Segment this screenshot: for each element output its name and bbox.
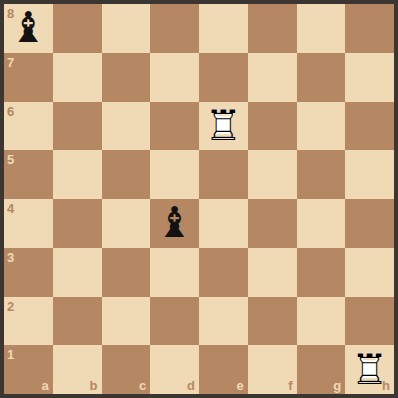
square-d5[interactable] <box>150 150 199 199</box>
square-d8[interactable] <box>150 4 199 53</box>
rank-label-3: 3 <box>7 251 14 264</box>
square-f1[interactable]: f <box>248 345 297 394</box>
square-c3[interactable] <box>102 248 151 297</box>
square-d2[interactable] <box>150 297 199 346</box>
rank-label-6: 6 <box>7 105 14 118</box>
file-label-a: a <box>42 379 49 392</box>
file-label-c: c <box>139 379 146 392</box>
square-a1[interactable]: 1a <box>4 345 53 394</box>
square-b1[interactable]: b <box>53 345 102 394</box>
square-h5[interactable] <box>345 150 394 199</box>
square-b7[interactable] <box>53 53 102 102</box>
square-g4[interactable] <box>297 199 346 248</box>
square-a7[interactable]: 7 <box>4 53 53 102</box>
square-a6[interactable]: 6 <box>4 102 53 151</box>
chess-board-frame: 8♝76♜♖54♝321abcdefgh♜♖ <box>0 0 398 398</box>
rank-label-2: 2 <box>7 300 14 313</box>
square-d7[interactable] <box>150 53 199 102</box>
square-g6[interactable] <box>297 102 346 151</box>
square-d6[interactable] <box>150 102 199 151</box>
square-h8[interactable] <box>345 4 394 53</box>
square-e2[interactable] <box>199 297 248 346</box>
black-bishop-icon[interactable]: ♝ <box>4 4 53 53</box>
square-e8[interactable] <box>199 4 248 53</box>
square-a8[interactable]: 8♝ <box>4 4 53 53</box>
chess-board: 8♝76♜♖54♝321abcdefgh♜♖ <box>4 4 394 394</box>
square-c7[interactable] <box>102 53 151 102</box>
rank-label-1: 1 <box>7 348 14 361</box>
file-label-f: f <box>288 379 292 392</box>
square-c5[interactable] <box>102 150 151 199</box>
square-g1[interactable]: g <box>297 345 346 394</box>
square-e5[interactable] <box>199 150 248 199</box>
square-c6[interactable] <box>102 102 151 151</box>
square-d4[interactable]: ♝ <box>150 199 199 248</box>
square-f4[interactable] <box>248 199 297 248</box>
square-a5[interactable]: 5 <box>4 150 53 199</box>
square-h2[interactable] <box>345 297 394 346</box>
white-rook-outline: ♖ <box>199 102 248 151</box>
rank-label-7: 7 <box>7 56 14 69</box>
square-e7[interactable] <box>199 53 248 102</box>
file-label-d: d <box>187 379 195 392</box>
file-label-b: b <box>90 379 98 392</box>
square-f3[interactable] <box>248 248 297 297</box>
file-label-g: g <box>333 379 341 392</box>
square-g2[interactable] <box>297 297 346 346</box>
square-e1[interactable]: e <box>199 345 248 394</box>
black-bishop-icon[interactable]: ♝ <box>150 199 199 248</box>
square-g3[interactable] <box>297 248 346 297</box>
square-e4[interactable] <box>199 199 248 248</box>
square-b5[interactable] <box>53 150 102 199</box>
square-b2[interactable] <box>53 297 102 346</box>
square-b3[interactable] <box>53 248 102 297</box>
white-rook-icon[interactable]: ♜♖ <box>199 102 248 151</box>
square-f5[interactable] <box>248 150 297 199</box>
square-e6[interactable]: ♜♖ <box>199 102 248 151</box>
square-h4[interactable] <box>345 199 394 248</box>
square-b4[interactable] <box>53 199 102 248</box>
square-a4[interactable]: 4 <box>4 199 53 248</box>
square-h7[interactable] <box>345 53 394 102</box>
square-h6[interactable] <box>345 102 394 151</box>
square-h3[interactable] <box>345 248 394 297</box>
square-f6[interactable] <box>248 102 297 151</box>
square-c2[interactable] <box>102 297 151 346</box>
square-f8[interactable] <box>248 4 297 53</box>
square-a3[interactable]: 3 <box>4 248 53 297</box>
square-a2[interactable]: 2 <box>4 297 53 346</box>
square-c1[interactable]: c <box>102 345 151 394</box>
square-g5[interactable] <box>297 150 346 199</box>
square-h1[interactable]: h♜♖ <box>345 345 394 394</box>
square-c8[interactable] <box>102 4 151 53</box>
square-e3[interactable] <box>199 248 248 297</box>
square-g7[interactable] <box>297 53 346 102</box>
square-f2[interactable] <box>248 297 297 346</box>
square-b8[interactable] <box>53 4 102 53</box>
file-label-e: e <box>237 379 244 392</box>
white-rook-outline: ♖ <box>345 345 394 394</box>
rank-label-4: 4 <box>7 202 14 215</box>
square-d1[interactable]: d <box>150 345 199 394</box>
white-rook-icon[interactable]: ♜♖ <box>345 345 394 394</box>
square-d3[interactable] <box>150 248 199 297</box>
square-f7[interactable] <box>248 53 297 102</box>
rank-label-5: 5 <box>7 153 14 166</box>
square-b6[interactable] <box>53 102 102 151</box>
square-c4[interactable] <box>102 199 151 248</box>
square-g8[interactable] <box>297 4 346 53</box>
